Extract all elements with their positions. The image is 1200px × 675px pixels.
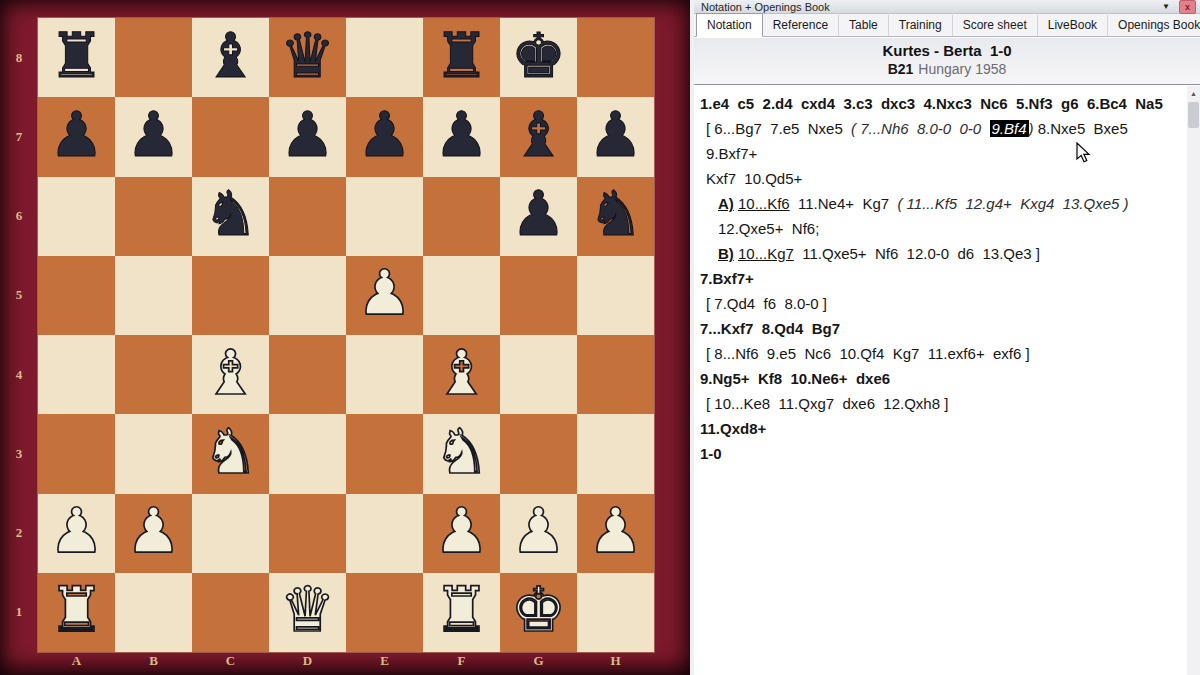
move-text[interactable]: 1-0	[700, 445, 722, 462]
move-text[interactable]: Kxf7 10.Qd5+	[706, 170, 802, 187]
square-b1[interactable]	[115, 573, 192, 652]
notation-line: 1-0	[694, 441, 1187, 466]
square-e1[interactable]	[346, 573, 423, 652]
square-a1[interactable]: ♜	[38, 573, 115, 652]
notation-line: 12.Qxe5+ Nf6;	[694, 216, 1187, 241]
square-h1[interactable]	[577, 573, 654, 652]
notation-scrollbar[interactable]: ▲	[1187, 86, 1200, 675]
selected-move[interactable]: 9.Bf4	[990, 120, 1029, 137]
square-e6[interactable]	[346, 177, 423, 256]
square-a8[interactable]: ♜	[38, 18, 115, 97]
notation-line: [ 6...Bg7 7.e5 Nxe5 ( 7...Nh6 8.0-0 0-0 …	[694, 116, 1187, 166]
square-h5[interactable]	[577, 256, 654, 335]
square-g2[interactable]: ♟	[500, 494, 577, 573]
move-text[interactable]: 1.e4 c5 2.d4 cxd4 3.c3 dxc3 4.Nxc3 Nc6 5…	[700, 95, 1163, 112]
move-text[interactable]: 11.Qxe5+ Nf6 12.0-0 d6 13.Qe3 ]	[794, 245, 1040, 262]
square-g7[interactable]: ♝	[500, 97, 577, 176]
move-text[interactable]: ( 7...Nh6 8.0-0 0-0	[851, 120, 989, 137]
mouse-cursor-icon	[1076, 142, 1092, 164]
scrollbar-thumb[interactable]	[1188, 102, 1199, 128]
move-text[interactable]: [ 7.Qd4 f6 8.0-0 ]	[706, 295, 827, 312]
white-piece: ♞	[434, 421, 490, 483]
black-piece: ♟	[280, 104, 336, 166]
notation-line: 7.Bxf7+	[694, 266, 1187, 291]
rank-label-7: 7	[0, 97, 38, 176]
white-piece: ♝	[434, 342, 490, 404]
app-screen: 87654321 ♜♝♛♜♚♟♟♟♟♟♝♟♞♟♞♟♝♝♞♞♟♟♟♟♟♜♛♜♚ A…	[0, 0, 1200, 675]
square-b5[interactable]	[115, 256, 192, 335]
white-piece: ♝	[203, 342, 259, 404]
square-d8[interactable]: ♛	[269, 18, 346, 97]
file-label-g: G	[500, 650, 577, 672]
chess-board-panel: 87654321 ♜♝♛♜♚♟♟♟♟♟♝♟♞♟♞♟♝♝♞♞♟♟♟♟♟♜♛♜♚ A…	[0, 0, 690, 675]
chess-board: ♜♝♛♜♚♟♟♟♟♟♝♟♞♟♞♟♝♝♞♞♟♟♟♟♟♜♛♜♚	[38, 18, 654, 652]
square-c4[interactable]: ♝	[192, 335, 269, 414]
rank-label-8: 8	[0, 18, 38, 97]
notation-line: 9.Ng5+ Kf8 10.Ne6+ dxe6	[694, 366, 1187, 391]
white-piece: ♚	[511, 579, 567, 641]
square-d7[interactable]: ♟	[269, 97, 346, 176]
square-b2[interactable]: ♟	[115, 494, 192, 573]
square-a5[interactable]	[38, 256, 115, 335]
white-piece: ♟	[49, 500, 105, 562]
tab-training[interactable]: Training	[889, 15, 953, 36]
white-piece: ♟	[357, 262, 413, 324]
file-label-h: H	[577, 650, 654, 672]
white-piece: ♜	[49, 579, 105, 641]
game-title: Kurtes - Berta 1-0	[694, 38, 1200, 59]
square-b7[interactable]: ♟	[115, 97, 192, 176]
game-meta: B21Hungary 1958	[694, 59, 1200, 77]
file-labels: ABCDEFGH	[38, 650, 654, 672]
square-d2[interactable]	[269, 494, 346, 573]
move-text[interactable]: B)	[718, 245, 734, 262]
square-b4[interactable]	[115, 335, 192, 414]
white-piece: ♟	[434, 500, 490, 562]
move-text[interactable]: 11.Ne4+ Kg7	[790, 195, 898, 212]
square-f2[interactable]: ♟	[423, 494, 500, 573]
black-piece: ♟	[434, 104, 490, 166]
square-g4[interactable]	[500, 335, 577, 414]
move-text[interactable]: ( 11...Kf5 12.g4+ Kxg4 13.Qxe5 )	[897, 195, 1128, 212]
square-f5[interactable]	[423, 256, 500, 335]
square-f7[interactable]: ♟	[423, 97, 500, 176]
move-text[interactable]: 7.Bxf7+	[700, 270, 754, 287]
rank-label-3: 3	[0, 414, 38, 493]
tab-openings-book[interactable]: Openings Book	[1108, 15, 1200, 36]
event-label: Hungary 1958	[918, 61, 1006, 77]
square-c5[interactable]	[192, 256, 269, 335]
square-a4[interactable]	[38, 335, 115, 414]
square-g1[interactable]: ♚	[500, 573, 577, 652]
square-c1[interactable]	[192, 573, 269, 652]
file-label-d: D	[269, 650, 346, 672]
square-e8[interactable]	[346, 18, 423, 97]
file-label-a: A	[38, 650, 115, 672]
notation-line: [ 8...Nf6 9.e5 Nc6 10.Qf4 Kg7 11.exf6+ e…	[694, 341, 1187, 366]
white-piece: ♜	[434, 579, 490, 641]
black-piece: ♟	[357, 104, 413, 166]
black-piece: ♟	[588, 104, 644, 166]
black-piece: ♝	[203, 25, 259, 87]
move-text[interactable]: A)	[718, 195, 734, 212]
square-g6[interactable]: ♟	[500, 177, 577, 256]
square-h2[interactable]: ♟	[577, 494, 654, 573]
move-text[interactable]: [ 8...Nf6 9.e5 Nc6 10.Qf4 Kg7 11.exf6+ e…	[706, 345, 1030, 362]
square-g8[interactable]: ♚	[500, 18, 577, 97]
black-piece: ♜	[434, 25, 490, 87]
square-e7[interactable]: ♟	[346, 97, 423, 176]
square-a3[interactable]	[38, 414, 115, 493]
square-h3[interactable]	[577, 414, 654, 493]
rank-label-5: 5	[0, 256, 38, 335]
square-b3[interactable]	[115, 414, 192, 493]
black-piece: ♞	[203, 183, 259, 245]
square-e2[interactable]	[346, 494, 423, 573]
rank-label-2: 2	[0, 494, 38, 573]
square-g5[interactable]	[500, 256, 577, 335]
square-e4[interactable]	[346, 335, 423, 414]
white-piece: ♟	[126, 500, 182, 562]
file-label-c: C	[192, 650, 269, 672]
square-f4[interactable]: ♝	[423, 335, 500, 414]
notation-line: [ 10...Ke8 11.Qxg7 dxe6 12.Qxh8 ]	[694, 391, 1187, 416]
square-f1[interactable]: ♜	[423, 573, 500, 652]
eco-code: B21	[888, 61, 914, 77]
black-piece: ♛	[280, 25, 336, 87]
notation-line: 11.Qxd8+	[694, 416, 1187, 441]
square-f8[interactable]: ♜	[423, 18, 500, 97]
notation-line: B) 10...Kg7 11.Qxe5+ Nf6 12.0-0 d6 13.Qe…	[694, 241, 1187, 266]
white-piece: ♛	[280, 579, 336, 641]
square-a7[interactable]: ♟	[38, 97, 115, 176]
rank-label-4: 4	[0, 335, 38, 414]
black-piece: ♟	[49, 104, 105, 166]
notation-line: 1.e4 c5 2.d4 cxd4 3.c3 dxc3 4.Nxc3 Nc6 5…	[694, 91, 1187, 116]
tab-table[interactable]: Table	[839, 15, 889, 36]
tab-livebook[interactable]: LiveBook	[1038, 15, 1108, 36]
square-c7[interactable]	[192, 97, 269, 176]
move-text[interactable]: 10...Kg7	[738, 245, 794, 262]
rank-label-1: 1	[0, 573, 38, 652]
square-c8[interactable]: ♝	[192, 18, 269, 97]
square-f6[interactable]	[423, 177, 500, 256]
game-header: Kurtes - Berta 1-0 B21Hungary 1958	[694, 38, 1200, 85]
scroll-up-icon[interactable]: ▲	[1187, 86, 1200, 100]
square-d3[interactable]	[269, 414, 346, 493]
notation-window: Notation + Openings Book ▼ x NotationRef…	[694, 0, 1200, 675]
square-d5[interactable]	[269, 256, 346, 335]
square-h4[interactable]	[577, 335, 654, 414]
square-a2[interactable]: ♟	[38, 494, 115, 573]
square-e3[interactable]	[346, 414, 423, 493]
square-h7[interactable]: ♟	[577, 97, 654, 176]
black-piece: ♟	[511, 183, 567, 245]
square-e5[interactable]: ♟	[346, 256, 423, 335]
square-d1[interactable]: ♛	[269, 573, 346, 652]
white-piece: ♟	[588, 500, 644, 562]
move-text[interactable]: 7...Kxf7 8.Qd4 Bg7	[700, 320, 840, 337]
move-text[interactable]: 9.Ng5+ Kf8 10.Ne6+ dxe6	[700, 370, 890, 387]
move-text[interactable]: 11.Qxd8+	[700, 420, 766, 437]
notation-line: A) 10...Kf6 11.Ne4+ Kg7 ( 11...Kf5 12.g4…	[694, 191, 1187, 216]
dropdown-arrow-icon[interactable]: ▼	[1162, 2, 1170, 11]
file-label-f: F	[423, 650, 500, 672]
black-piece: ♟	[126, 104, 182, 166]
square-g3[interactable]	[500, 414, 577, 493]
white-piece: ♟	[511, 500, 567, 562]
square-f3[interactable]: ♞	[423, 414, 500, 493]
file-label-b: B	[115, 650, 192, 672]
move-text[interactable]: 12.Qxe5+ Nf6;	[718, 220, 819, 237]
move-text[interactable]: [ 6...Bg7 7.e5 Nxe5	[706, 120, 851, 137]
notation-area[interactable]: 1.e4 c5 2.d4 cxd4 3.c3 dxc3 4.Nxc3 Nc6 5…	[694, 86, 1187, 675]
tab-reference[interactable]: Reference	[763, 15, 839, 36]
square-h6[interactable]: ♞	[577, 177, 654, 256]
square-d4[interactable]	[269, 335, 346, 414]
rank-label-6: 6	[0, 177, 38, 256]
black-piece: ♚	[511, 25, 567, 87]
move-text[interactable]: [ 10...Ke8 11.Qxg7 dxe6 12.Qxh8 ]	[706, 395, 948, 412]
tab-score-sheet[interactable]: Score sheet	[953, 15, 1038, 36]
move-text[interactable]: 10...Kf6	[738, 195, 790, 212]
square-a6[interactable]	[38, 177, 115, 256]
tab-notation[interactable]: Notation	[696, 13, 763, 37]
rank-labels: 87654321	[0, 18, 38, 652]
white-piece: ♞	[203, 421, 259, 483]
notation-line: [ 7.Qd4 f6 8.0-0 ]	[694, 291, 1187, 316]
square-c3[interactable]: ♞	[192, 414, 269, 493]
tab-bar: NotationReferenceTableTrainingScore shee…	[694, 14, 1200, 37]
square-c6[interactable]: ♞	[192, 177, 269, 256]
square-h8[interactable]	[577, 18, 654, 97]
window-titlebar[interactable]: Notation + Openings Book ▼ x	[694, 0, 1200, 14]
notation-line: 7...Kxf7 8.Qd4 Bg7	[694, 316, 1187, 341]
square-d6[interactable]	[269, 177, 346, 256]
window-title: Notation + Openings Book	[701, 1, 1162, 13]
black-piece: ♞	[588, 183, 644, 245]
square-b8[interactable]	[115, 18, 192, 97]
square-c2[interactable]	[192, 494, 269, 573]
black-piece: ♜	[49, 25, 105, 87]
notation-line: Kxf7 10.Qd5+	[694, 166, 1187, 191]
close-icon[interactable]: x	[1179, 0, 1196, 14]
black-piece: ♝	[511, 104, 567, 166]
file-label-e: E	[346, 650, 423, 672]
square-b6[interactable]	[115, 177, 192, 256]
